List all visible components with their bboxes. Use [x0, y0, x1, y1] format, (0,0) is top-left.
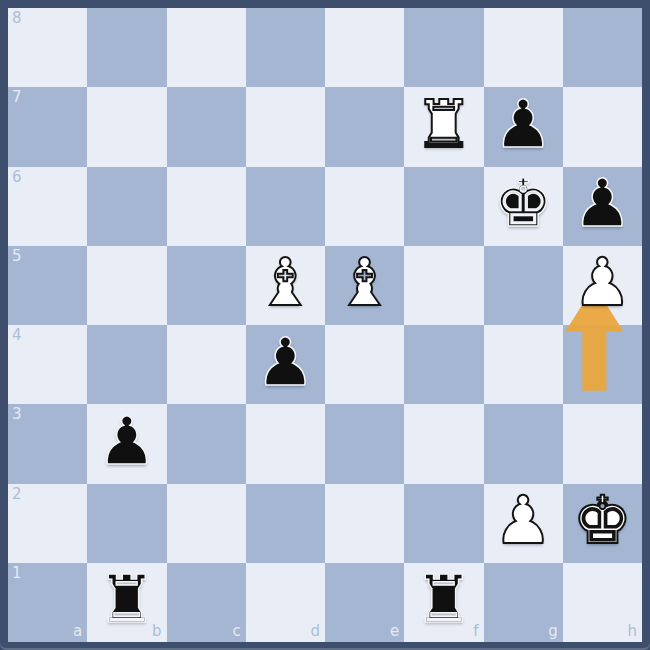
- square-e1[interactable]: e: [325, 563, 404, 642]
- square-d2[interactable]: [246, 484, 325, 563]
- rank-label-3: 3: [12, 407, 22, 422]
- file-label-a: a: [73, 624, 82, 639]
- white-bishop-d5-piece[interactable]: ♝: [256, 250, 315, 316]
- square-h7[interactable]: [563, 87, 642, 166]
- square-d6[interactable]: [246, 167, 325, 246]
- board: 87♜♟6♚♟5♝♝♟4♟3♟2♟♚1ab♜cdef♜gh: [8, 8, 642, 642]
- square-f8[interactable]: [404, 8, 483, 87]
- square-c2[interactable]: [167, 484, 246, 563]
- square-g4[interactable]: [484, 325, 563, 404]
- square-c1[interactable]: c: [167, 563, 246, 642]
- square-b4[interactable]: [87, 325, 166, 404]
- white-rook-f7-piece[interactable]: ♜: [414, 92, 473, 158]
- rank-label-8: 8: [12, 11, 22, 26]
- square-h8[interactable]: [563, 8, 642, 87]
- square-b7[interactable]: [87, 87, 166, 166]
- white-king-h2-piece[interactable]: ♚: [573, 488, 632, 554]
- white-pawn-h5-piece[interactable]: ♟: [573, 250, 632, 316]
- square-g5[interactable]: [484, 246, 563, 325]
- square-a5[interactable]: 5: [8, 246, 87, 325]
- square-g3[interactable]: [484, 404, 563, 483]
- square-e5[interactable]: ♝: [325, 246, 404, 325]
- black-pawn-h6-piece[interactable]: ♟: [573, 171, 632, 237]
- rank-label-5: 5: [12, 249, 22, 264]
- rank-label-2: 2: [12, 487, 22, 502]
- square-h6[interactable]: ♟: [563, 167, 642, 246]
- square-e7[interactable]: [325, 87, 404, 166]
- square-d4[interactable]: ♟: [246, 325, 325, 404]
- black-rook-b1-piece[interactable]: ♜: [97, 567, 156, 633]
- white-pawn-g2-piece[interactable]: ♟: [494, 488, 553, 554]
- square-a1[interactable]: 1a: [8, 563, 87, 642]
- square-d8[interactable]: [246, 8, 325, 87]
- square-b3[interactable]: ♟: [87, 404, 166, 483]
- square-d7[interactable]: [246, 87, 325, 166]
- square-c4[interactable]: [167, 325, 246, 404]
- chess-board-frame: 87♜♟6♚♟5♝♝♟4♟3♟2♟♚1ab♜cdef♜gh: [0, 0, 650, 650]
- rank-label-7: 7: [12, 90, 22, 105]
- square-a2[interactable]: 2: [8, 484, 87, 563]
- square-a7[interactable]: 7: [8, 87, 87, 166]
- square-d3[interactable]: [246, 404, 325, 483]
- rank-label-4: 4: [12, 328, 22, 343]
- square-g7[interactable]: ♟: [484, 87, 563, 166]
- square-a8[interactable]: 8: [8, 8, 87, 87]
- file-label-d: d: [310, 624, 320, 639]
- square-e6[interactable]: [325, 167, 404, 246]
- square-h3[interactable]: [563, 404, 642, 483]
- square-b1[interactable]: b♜: [87, 563, 166, 642]
- square-c7[interactable]: [167, 87, 246, 166]
- square-d1[interactable]: d: [246, 563, 325, 642]
- square-e3[interactable]: [325, 404, 404, 483]
- square-b8[interactable]: [87, 8, 166, 87]
- square-a3[interactable]: 3: [8, 404, 87, 483]
- black-pawn-d4-piece[interactable]: ♟: [256, 330, 315, 396]
- square-f1[interactable]: f♜: [404, 563, 483, 642]
- square-g8[interactable]: [484, 8, 563, 87]
- rank-label-1: 1: [12, 566, 22, 581]
- black-pawn-b3-piece[interactable]: ♟: [97, 409, 156, 475]
- square-h1[interactable]: h: [563, 563, 642, 642]
- square-a6[interactable]: 6: [8, 167, 87, 246]
- black-pawn-g7-piece[interactable]: ♟: [494, 92, 553, 158]
- file-label-g: g: [548, 624, 558, 639]
- square-h5[interactable]: ♟: [563, 246, 642, 325]
- square-e4[interactable]: [325, 325, 404, 404]
- square-h4[interactable]: [563, 325, 642, 404]
- black-king-g6-piece[interactable]: ♚: [494, 171, 553, 237]
- file-label-h: h: [627, 624, 637, 639]
- square-g1[interactable]: g: [484, 563, 563, 642]
- square-f5[interactable]: [404, 246, 483, 325]
- square-a4[interactable]: 4: [8, 325, 87, 404]
- square-c6[interactable]: [167, 167, 246, 246]
- black-rook-f1-piece[interactable]: ♜: [414, 567, 473, 633]
- square-b5[interactable]: [87, 246, 166, 325]
- square-f3[interactable]: [404, 404, 483, 483]
- square-c5[interactable]: [167, 246, 246, 325]
- square-g6[interactable]: ♚: [484, 167, 563, 246]
- square-f6[interactable]: [404, 167, 483, 246]
- square-e8[interactable]: [325, 8, 404, 87]
- square-b2[interactable]: [87, 484, 166, 563]
- square-f7[interactable]: ♜: [404, 87, 483, 166]
- file-label-f: f: [473, 624, 478, 639]
- square-g2[interactable]: ♟: [484, 484, 563, 563]
- square-f4[interactable]: [404, 325, 483, 404]
- square-f2[interactable]: [404, 484, 483, 563]
- file-label-c: c: [233, 624, 241, 639]
- square-e2[interactable]: [325, 484, 404, 563]
- file-label-e: e: [390, 624, 399, 639]
- square-h2[interactable]: ♚: [563, 484, 642, 563]
- square-c3[interactable]: [167, 404, 246, 483]
- square-b6[interactable]: [87, 167, 166, 246]
- rank-label-6: 6: [12, 170, 22, 185]
- square-d5[interactable]: ♝: [246, 246, 325, 325]
- square-c8[interactable]: [167, 8, 246, 87]
- white-bishop-e5-piece[interactable]: ♝: [335, 250, 394, 316]
